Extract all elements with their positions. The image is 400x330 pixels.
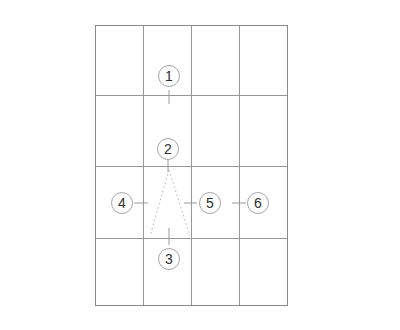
grid-cell-r3c2: [144, 167, 192, 239]
callout-2-number: 2: [164, 142, 172, 156]
grid-cell-r2c1: [96, 96, 144, 167]
callout-circle-6: 6: [247, 192, 269, 214]
grid-cell-r4c1: [96, 239, 144, 305]
diagram-canvas: 1 2 3 4 5 6: [0, 0, 400, 330]
grid-cell-r1c3: [192, 26, 240, 96]
callout-circle-1: 1: [158, 65, 180, 87]
callout-circle-5: 5: [199, 192, 221, 214]
callout-circle-2: 2: [157, 138, 179, 160]
callout-6-number: 6: [254, 196, 262, 210]
callout-4-number: 4: [118, 196, 126, 210]
grid-cell-r2c3: [192, 96, 240, 167]
grid-cell-r4c3: [192, 239, 240, 305]
grid-cell-r4c4: [240, 239, 287, 305]
callout-3-number: 3: [165, 252, 173, 266]
grid-cell-r1c1: [96, 26, 144, 96]
callout-5-number: 5: [206, 196, 214, 210]
grid-cell-r2c4: [240, 96, 287, 167]
callout-1-number: 1: [165, 69, 173, 83]
grid-cell-r1c4: [240, 26, 287, 96]
callout-circle-3: 3: [158, 248, 180, 270]
grid-4x4: [95, 25, 288, 306]
callout-circle-4: 4: [111, 192, 133, 214]
